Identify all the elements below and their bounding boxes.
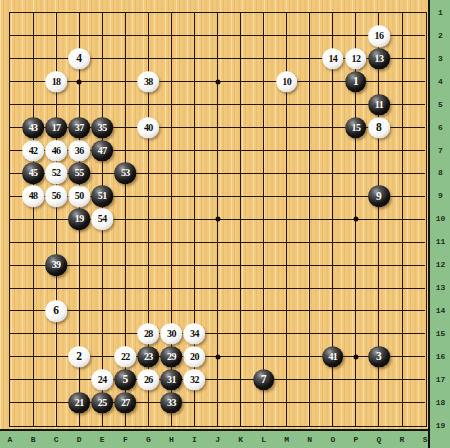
stone-number: 25 (98, 397, 107, 408)
row-label-14: 14 (436, 307, 446, 315)
stone-number: 6 (53, 305, 59, 317)
stone-32-white-I17: 32 (184, 369, 206, 391)
stone-number: 39 (52, 260, 61, 271)
stone-25-black-E18: 25 (91, 392, 113, 414)
stone-10-white-M4: 10 (276, 71, 298, 93)
stone-4-white-D3: 4 (68, 48, 90, 70)
stone-27-black-F18: 27 (115, 392, 137, 414)
stone-number: 42 (29, 145, 38, 156)
stone-11-black-Q5: 11 (368, 94, 390, 116)
row-label-10: 10 (436, 215, 446, 223)
grid-line-horizontal (10, 333, 425, 334)
go-board[interactable]: 1234567891011121314151617181920212223242… (0, 0, 450, 448)
grid-line-horizontal (10, 379, 425, 380)
stone-15-black-P6: 15 (345, 117, 367, 139)
stone-21-black-D18: 21 (68, 392, 90, 414)
grid-line-vertical (402, 13, 403, 426)
stone-number: 21 (75, 397, 84, 408)
stone-number: 53 (121, 168, 130, 179)
stone-number: 18 (52, 77, 61, 88)
column-label-D: D (77, 436, 82, 444)
stone-number: 47 (98, 145, 107, 156)
stone-number: 7 (261, 374, 267, 386)
stone-number: 20 (190, 352, 199, 363)
stone-number: 46 (52, 145, 61, 156)
grid-line-horizontal (10, 288, 425, 289)
stone-number: 33 (167, 397, 176, 408)
stone-number: 29 (167, 352, 176, 363)
stone-52-white-C8: 52 (45, 163, 67, 185)
stone-number: 19 (75, 214, 84, 225)
column-label-M: M (284, 436, 289, 444)
star-point-D4 (77, 79, 82, 84)
stone-29-black-H16: 29 (161, 346, 183, 368)
stone-7-black-L17: 7 (253, 369, 275, 391)
star-point-P10 (353, 217, 358, 222)
stone-number: 2 (76, 351, 82, 363)
stone-number: 10 (282, 77, 291, 88)
stone-48-white-B9: 48 (22, 186, 44, 208)
row-label-11: 11 (436, 238, 446, 246)
stone-51-black-E9: 51 (91, 186, 113, 208)
stone-number: 45 (29, 168, 38, 179)
stone-number: 52 (52, 168, 61, 179)
stone-number: 35 (98, 122, 107, 133)
stone-number: 38 (144, 77, 153, 88)
grid-line-vertical (240, 13, 241, 426)
go-kifu-diagram: 1234567891011121314151617181920212223242… (0, 0, 450, 448)
row-label-8: 8 (438, 169, 443, 177)
row-label-19: 19 (436, 422, 446, 430)
column-label-K: K (238, 436, 243, 444)
stone-31-black-H17: 31 (161, 369, 183, 391)
star-point-P16 (353, 354, 358, 359)
stone-number: 48 (29, 191, 38, 202)
stone-50-white-D9: 50 (68, 186, 90, 208)
column-label-F: F (123, 436, 128, 444)
stone-45-black-B8: 45 (22, 163, 44, 185)
stone-17-black-C6: 17 (45, 117, 67, 139)
stone-6-white-C14: 6 (45, 300, 67, 322)
grid-line-horizontal (10, 265, 425, 266)
stone-5-black-F17: 5 (115, 369, 137, 391)
column-label-E: E (100, 436, 105, 444)
stone-38-white-G4: 38 (138, 71, 160, 93)
stone-39-black-C12: 39 (45, 254, 67, 276)
column-label-A: A (8, 436, 13, 444)
column-label-G: G (146, 436, 151, 444)
stone-40-white-G6: 40 (138, 117, 160, 139)
star-point-J10 (215, 217, 220, 222)
star-point-J4 (215, 79, 220, 84)
stone-54-white-E10: 54 (91, 208, 113, 230)
stone-number: 1 (353, 76, 359, 88)
stone-number: 5 (122, 374, 128, 386)
stone-number: 31 (167, 374, 176, 385)
stone-number: 36 (75, 145, 84, 156)
stone-22-white-F16: 22 (115, 346, 137, 368)
stone-number: 32 (190, 374, 199, 385)
stone-8-white-Q6: 8 (368, 117, 390, 139)
stone-16-white-Q2: 16 (368, 25, 390, 47)
stone-43-black-B6: 43 (22, 117, 44, 139)
row-label-17: 17 (436, 376, 446, 384)
stone-number: 14 (328, 54, 337, 65)
stone-number: 11 (375, 99, 383, 110)
stone-33-black-H18: 33 (161, 392, 183, 414)
row-label-9: 9 (438, 192, 443, 200)
stone-14-white-O3: 14 (322, 48, 344, 70)
stone-number: 40 (144, 122, 153, 133)
stone-number: 9 (376, 190, 382, 202)
column-label-J: J (215, 436, 220, 444)
stone-number: 41 (328, 352, 337, 363)
stone-number: 28 (144, 329, 153, 340)
row-label-13: 13 (436, 284, 446, 292)
stone-number: 3 (376, 351, 382, 363)
stone-number: 56 (52, 191, 61, 202)
stone-46-white-C7: 46 (45, 140, 67, 162)
stone-18-white-C4: 18 (45, 71, 67, 93)
stone-number: 43 (29, 122, 38, 133)
stone-53-black-F8: 53 (115, 163, 137, 185)
grid-line-horizontal (10, 242, 425, 243)
stone-number: 34 (190, 329, 199, 340)
stone-20-white-I16: 20 (184, 346, 206, 368)
column-label-N: N (307, 436, 312, 444)
stone-42-white-B7: 42 (22, 140, 44, 162)
stone-number: 12 (351, 54, 360, 65)
stone-47-black-E7: 47 (91, 140, 113, 162)
stone-number: 4 (76, 53, 82, 65)
stone-55-black-D8: 55 (68, 163, 90, 185)
row-label-2: 2 (438, 32, 443, 40)
grid-line-vertical (309, 13, 310, 426)
column-label-L: L (261, 436, 266, 444)
stone-number: 50 (75, 191, 84, 202)
row-label-3: 3 (438, 55, 443, 63)
row-label-4: 4 (438, 78, 443, 86)
stone-number: 24 (98, 374, 107, 385)
stone-28-white-G15: 28 (138, 323, 160, 345)
stone-number: 55 (75, 168, 84, 179)
stone-number: 22 (121, 352, 130, 363)
stone-number: 30 (167, 329, 176, 340)
row-label-16: 16 (436, 353, 446, 361)
stone-number: 17 (52, 122, 61, 133)
column-label-R: R (400, 436, 405, 444)
row-label-7: 7 (438, 147, 443, 155)
stone-26-white-G17: 26 (138, 369, 160, 391)
stone-41-black-O16: 41 (322, 346, 344, 368)
stone-1-black-P4: 1 (345, 71, 367, 93)
stone-number: 23 (144, 352, 153, 363)
column-label-C: C (54, 436, 59, 444)
stone-number: 8 (376, 122, 382, 134)
row-label-1: 1 (438, 9, 443, 17)
stone-number: 13 (375, 54, 384, 65)
column-label-P: P (353, 436, 358, 444)
stone-56-white-C9: 56 (45, 186, 67, 208)
column-label-I: I (192, 436, 197, 444)
stone-number: 51 (98, 191, 107, 202)
column-label-H: H (169, 436, 174, 444)
stone-19-black-D10: 19 (68, 208, 90, 230)
grid-line-horizontal (10, 310, 425, 311)
stone-12-white-P3: 12 (345, 48, 367, 70)
stone-number: 16 (375, 31, 384, 42)
column-label-Q: Q (377, 436, 382, 444)
stone-37-black-D6: 37 (68, 117, 90, 139)
grid-line-vertical (263, 13, 264, 426)
column-label-B: B (31, 436, 36, 444)
stone-number: 15 (351, 122, 360, 133)
stone-number: 27 (121, 397, 130, 408)
stone-number: 37 (75, 122, 84, 133)
stone-number: 54 (98, 214, 107, 225)
stone-9-black-Q9: 9 (368, 186, 390, 208)
stone-24-white-E17: 24 (91, 369, 113, 391)
stone-34-white-I15: 34 (184, 323, 206, 345)
stone-3-black-Q16: 3 (368, 346, 390, 368)
row-label-15: 15 (436, 330, 446, 338)
star-point-J16 (215, 354, 220, 359)
row-label-6: 6 (438, 124, 443, 132)
row-label-12: 12 (436, 261, 446, 269)
stone-23-black-G16: 23 (138, 346, 160, 368)
stone-35-black-E6: 35 (91, 117, 113, 139)
stone-2-white-D16: 2 (68, 346, 90, 368)
stone-number: 26 (144, 374, 153, 385)
stone-30-white-H15: 30 (161, 323, 183, 345)
row-label-5: 5 (438, 101, 443, 109)
row-label-18: 18 (436, 399, 446, 407)
column-label-S: S (423, 436, 428, 444)
column-label-O: O (330, 436, 335, 444)
column-coordinate-strip (0, 429, 450, 448)
stone-13-black-Q3: 13 (368, 48, 390, 70)
stone-36-white-D7: 36 (68, 140, 90, 162)
